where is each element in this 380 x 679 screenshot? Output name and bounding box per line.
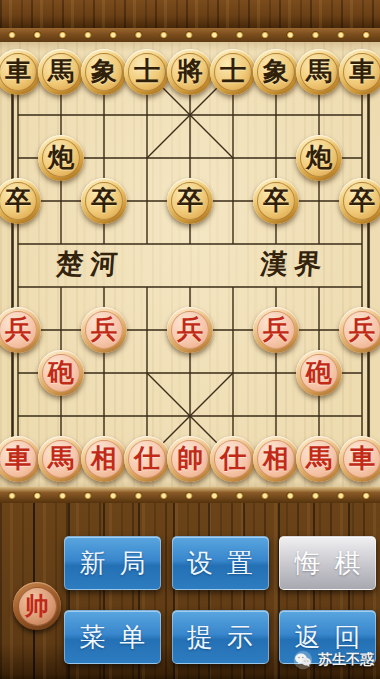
piece-label: 車 <box>0 53 37 91</box>
piece-red[interactable]: 車 <box>339 436 380 482</box>
piece-black[interactable]: 馬 <box>296 49 342 95</box>
piece-label: 砲 <box>42 354 80 392</box>
top-stud-rail <box>0 28 380 42</box>
piece-label: 仕 <box>214 440 252 478</box>
piece-black[interactable]: 卒 <box>339 178 380 224</box>
new-game-button[interactable]: 新局 <box>64 536 161 590</box>
piece-label: 象 <box>257 53 295 91</box>
piece-red[interactable]: 兵 <box>0 307 41 353</box>
piece-label: 相 <box>257 440 295 478</box>
piece-black[interactable]: 炮 <box>296 135 342 181</box>
piece-black[interactable]: 卒 <box>0 178 41 224</box>
piece-label: 炮 <box>42 139 80 177</box>
piece-black[interactable]: 象 <box>81 49 127 95</box>
menu-button[interactable]: 菜单 <box>64 610 161 664</box>
piece-black[interactable]: 將 <box>167 49 213 95</box>
piece-label: 象 <box>85 53 123 91</box>
top-wood-frame <box>0 0 380 28</box>
piece-red[interactable]: 仕 <box>124 436 170 482</box>
piece-red[interactable]: 兵 <box>167 307 213 353</box>
piece-red[interactable]: 車 <box>0 436 41 482</box>
piece-red[interactable]: 帥 <box>167 436 213 482</box>
piece-black[interactable]: 卒 <box>81 178 127 224</box>
piece-label: 兵 <box>171 311 209 349</box>
piece-label: 卒 <box>343 182 380 220</box>
piece-label: 兵 <box>257 311 295 349</box>
piece-label: 兵 <box>85 311 123 349</box>
piece-label: 士 <box>128 53 166 91</box>
piece-red[interactable]: 相 <box>253 436 299 482</box>
piece-red[interactable]: 相 <box>81 436 127 482</box>
undo-button[interactable]: 悔棋 <box>279 536 376 590</box>
piece-label: 卒 <box>171 182 209 220</box>
piece-label: 馬 <box>42 53 80 91</box>
piece-black[interactable]: 卒 <box>253 178 299 224</box>
xiangqi-app: 楚河 漢界 車馬象士將士象馬車炮炮卒卒卒卒卒兵兵兵兵兵砲砲車馬相仕帥仕相馬車 帅… <box>0 0 380 679</box>
piece-black[interactable]: 車 <box>339 49 380 95</box>
piece-label: 兵 <box>0 311 37 349</box>
piece-label: 馬 <box>300 440 338 478</box>
piece-black[interactable]: 象 <box>253 49 299 95</box>
xiangqi-board[interactable]: 楚河 漢界 車馬象士將士象馬車炮炮卒卒卒卒卒兵兵兵兵兵砲砲車馬相仕帥仕相馬車 <box>0 42 380 488</box>
piece-black[interactable]: 士 <box>124 49 170 95</box>
piece-black[interactable]: 炮 <box>38 135 84 181</box>
wechat-icon <box>293 650 313 670</box>
piece-black[interactable]: 士 <box>210 49 256 95</box>
piece-label: 士 <box>214 53 252 91</box>
piece-red[interactable]: 馬 <box>296 436 342 482</box>
piece-label: 帥 <box>171 440 209 478</box>
piece-layer[interactable]: 車馬象士將士象馬車炮炮卒卒卒卒卒兵兵兵兵兵砲砲車馬相仕帥仕相馬車 <box>0 42 380 488</box>
piece-black[interactable]: 馬 <box>38 49 84 95</box>
piece-red[interactable]: 砲 <box>38 350 84 396</box>
turn-indicator-piece: 帅 <box>13 582 61 630</box>
piece-label: 仕 <box>128 440 166 478</box>
piece-label: 炮 <box>300 139 338 177</box>
piece-label: 車 <box>343 440 380 478</box>
piece-label: 馬 <box>300 53 338 91</box>
piece-label: 將 <box>171 53 209 91</box>
piece-label: 馬 <box>42 440 80 478</box>
piece-label: 車 <box>0 440 37 478</box>
piece-black[interactable]: 卒 <box>167 178 213 224</box>
piece-label: 車 <box>343 53 380 91</box>
piece-label: 兵 <box>343 311 380 349</box>
control-panel: 帅 新局设置悔棋菜单提示返回 苏生不惑 <box>0 503 380 679</box>
piece-label: 相 <box>85 440 123 478</box>
piece-red[interactable]: 兵 <box>339 307 380 353</box>
bottom-stud-rail <box>0 487 380 503</box>
settings-button[interactable]: 设置 <box>172 536 269 590</box>
piece-black[interactable]: 車 <box>0 49 41 95</box>
piece-red[interactable]: 馬 <box>38 436 84 482</box>
piece-red[interactable]: 仕 <box>210 436 256 482</box>
watermark: 苏生不惑 <box>289 649 378 671</box>
piece-label: 卒 <box>85 182 123 220</box>
turn-indicator-label: 帅 <box>18 587 57 626</box>
watermark-text: 苏生不惑 <box>318 651 374 669</box>
hint-button[interactable]: 提示 <box>172 610 269 664</box>
piece-label: 卒 <box>257 182 295 220</box>
piece-label: 卒 <box>0 182 37 220</box>
piece-label: 砲 <box>300 354 338 392</box>
piece-red[interactable]: 兵 <box>81 307 127 353</box>
piece-red[interactable]: 砲 <box>296 350 342 396</box>
piece-red[interactable]: 兵 <box>253 307 299 353</box>
